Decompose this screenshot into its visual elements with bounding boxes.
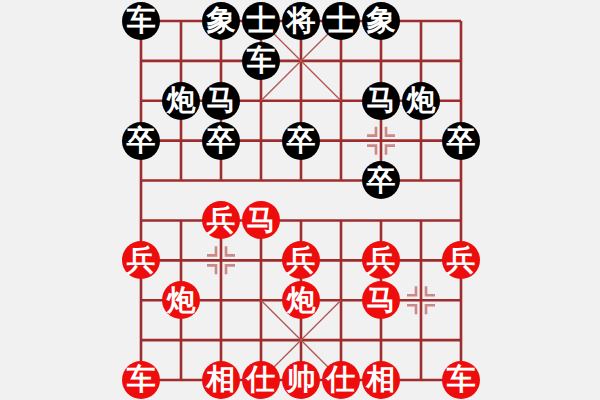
intersection-6-7[interactable] — [321, 240, 361, 280]
piece-black-soldier[interactable]: 卒 — [282, 122, 320, 160]
intersection-5-5[interactable] — [281, 161, 321, 201]
app-background: { "game": "xiangqi", "position": { "fen"… — [0, 0, 600, 400]
intersection-6-4[interactable] — [321, 121, 361, 161]
intersection-1-1[interactable]: 车 — [121, 1, 161, 41]
intersection-1-4[interactable]: 卒 — [121, 121, 161, 161]
piece-red-soldier[interactable]: 兵 — [362, 241, 400, 279]
intersection-2-5[interactable] — [161, 161, 201, 201]
intersection-8-4[interactable] — [401, 121, 441, 161]
intersection-3-1[interactable]: 象 — [201, 1, 241, 41]
intersection-8-5[interactable] — [401, 161, 441, 201]
intersection-2-9[interactable] — [161, 320, 201, 360]
intersection-9-8[interactable] — [441, 280, 481, 320]
intersection-1-8[interactable] — [121, 280, 161, 320]
intersection-4-10[interactable]: 仕 — [241, 360, 281, 400]
piece-black-soldier[interactable]: 卒 — [202, 122, 240, 160]
intersection-1-6[interactable] — [121, 200, 161, 240]
intersection-1-2[interactable] — [121, 41, 161, 81]
piece-black-advisor[interactable]: 士 — [322, 2, 360, 40]
intersection-3-7[interactable] — [201, 240, 241, 280]
piece-red-soldier[interactable]: 兵 — [442, 241, 480, 279]
intersection-9-3[interactable] — [441, 81, 481, 121]
intersection-2-1[interactable] — [161, 1, 201, 41]
intersection-3-9[interactable] — [201, 320, 241, 360]
intersection-4-7[interactable] — [241, 240, 281, 280]
piece-black-general[interactable]: 将 — [282, 2, 320, 40]
intersection-2-7[interactable] — [161, 240, 201, 280]
intersection-9-5[interactable] — [441, 161, 481, 201]
intersection-7-5[interactable]: 卒 — [361, 161, 401, 201]
intersection-3-8[interactable] — [201, 280, 241, 320]
intersection-9-6[interactable] — [441, 200, 481, 240]
piece-red-cannon[interactable]: 炮 — [162, 281, 200, 319]
intersection-6-5[interactable] — [321, 161, 361, 201]
intersection-9-4[interactable]: 卒 — [441, 121, 481, 161]
intersection-1-3[interactable] — [121, 81, 161, 121]
intersection-5-6[interactable] — [281, 200, 321, 240]
piece-red-horse[interactable]: 马 — [242, 201, 280, 239]
intersection-9-10[interactable]: 车 — [441, 360, 481, 400]
intersection-6-6[interactable] — [321, 200, 361, 240]
intersection-6-9[interactable] — [321, 320, 361, 360]
intersection-9-2[interactable] — [441, 41, 481, 81]
piece-black-soldier[interactable]: 卒 — [442, 122, 480, 160]
intersection-7-4[interactable] — [361, 121, 401, 161]
intersection-5-7[interactable]: 兵 — [281, 240, 321, 280]
intersection-4-5[interactable] — [241, 161, 281, 201]
intersection-3-6[interactable]: 兵 — [201, 200, 241, 240]
piece-red-soldier[interactable]: 兵 — [122, 241, 160, 279]
intersection-4-6[interactable]: 马 — [241, 200, 281, 240]
intersection-5-10[interactable]: 帅 — [281, 360, 321, 400]
piece-black-elephant[interactable]: 象 — [202, 2, 240, 40]
intersection-6-3[interactable] — [321, 81, 361, 121]
piece-red-soldier[interactable]: 兵 — [202, 201, 240, 239]
intersection-2-6[interactable] — [161, 200, 201, 240]
intersection-7-10[interactable]: 相 — [361, 360, 401, 400]
intersection-3-5[interactable] — [201, 161, 241, 201]
intersection-2-8[interactable]: 炮 — [161, 280, 201, 320]
intersection-5-9[interactable] — [281, 320, 321, 360]
intersection-4-9[interactable] — [241, 320, 281, 360]
intersection-4-4[interactable] — [241, 121, 281, 161]
intersection-7-1[interactable]: 象 — [361, 1, 401, 41]
piece-red-advisor[interactable]: 仕 — [242, 361, 280, 399]
piece-red-elephant[interactable]: 相 — [362, 361, 400, 399]
intersection-2-4[interactable] — [161, 121, 201, 161]
intersection-5-4[interactable]: 卒 — [281, 121, 321, 161]
intersection-7-3[interactable]: 马 — [361, 81, 401, 121]
intersection-6-8[interactable] — [321, 280, 361, 320]
intersection-9-7[interactable]: 兵 — [441, 240, 481, 280]
piece-black-cannon[interactable]: 炮 — [402, 82, 440, 120]
piece-red-soldier[interactable]: 兵 — [282, 241, 320, 279]
intersection-1-10[interactable]: 车 — [121, 360, 161, 400]
intersection-8-6[interactable] — [401, 200, 441, 240]
intersection-1-5[interactable] — [121, 161, 161, 201]
intersection-2-10[interactable] — [161, 360, 201, 400]
intersection-1-9[interactable] — [121, 320, 161, 360]
intersection-8-9[interactable] — [401, 320, 441, 360]
piece-black-elephant[interactable]: 象 — [362, 2, 400, 40]
piece-red-elephant[interactable]: 相 — [202, 361, 240, 399]
piece-red-advisor[interactable]: 仕 — [322, 361, 360, 399]
intersection-9-9[interactable] — [441, 320, 481, 360]
intersection-3-4[interactable]: 卒 — [201, 121, 241, 161]
intersection-8-10[interactable] — [401, 360, 441, 400]
intersection-8-7[interactable] — [401, 240, 441, 280]
intersection-7-7[interactable]: 兵 — [361, 240, 401, 280]
piece-black-chariot[interactable]: 车 — [242, 42, 280, 80]
piece-black-chariot[interactable]: 车 — [122, 2, 160, 40]
piece-black-cannon[interactable]: 炮 — [162, 82, 200, 120]
intersection-2-3[interactable]: 炮 — [161, 81, 201, 121]
intersection-7-9[interactable] — [361, 320, 401, 360]
piece-black-soldier[interactable]: 卒 — [362, 161, 400, 199]
intersection-3-2[interactable] — [201, 41, 241, 81]
intersection-7-6[interactable] — [361, 200, 401, 240]
intersection-8-2[interactable] — [401, 41, 441, 81]
piece-black-horse[interactable]: 马 — [202, 82, 240, 120]
intersection-9-1[interactable] — [441, 1, 481, 41]
piece-black-horse[interactable]: 马 — [362, 82, 400, 120]
piece-red-horse[interactable]: 马 — [362, 281, 400, 319]
intersection-5-3[interactable] — [281, 81, 321, 121]
intersection-4-1[interactable]: 士 — [241, 1, 281, 41]
intersection-1-7[interactable]: 兵 — [121, 240, 161, 280]
intersection-6-2[interactable] — [321, 41, 361, 81]
piece-black-advisor[interactable]: 士 — [242, 2, 280, 40]
intersection-5-1[interactable]: 将 — [281, 1, 321, 41]
intersection-3-10[interactable]: 相 — [201, 360, 241, 400]
intersection-4-3[interactable] — [241, 81, 281, 121]
intersection-7-8[interactable]: 马 — [361, 280, 401, 320]
intersection-3-3[interactable]: 马 — [201, 81, 241, 121]
piece-red-cannon[interactable]: 炮 — [282, 281, 320, 319]
intersection-8-1[interactable] — [401, 1, 441, 41]
intersection-6-10[interactable]: 仕 — [321, 360, 361, 400]
piece-red-general[interactable]: 帅 — [282, 361, 320, 399]
xiangqi-board: 车象士将士象车炮马马炮卒卒卒卒卒兵马兵兵兵兵炮炮马车相仕帅仕相车 — [121, 1, 481, 400]
intersection-7-2[interactable] — [361, 41, 401, 81]
intersection-2-2[interactable] — [161, 41, 201, 81]
intersection-8-8[interactable] — [401, 280, 441, 320]
piece-black-soldier[interactable]: 卒 — [122, 122, 160, 160]
intersection-6-1[interactable]: 士 — [321, 1, 361, 41]
piece-red-chariot[interactable]: 车 — [442, 361, 480, 399]
intersection-5-8[interactable]: 炮 — [281, 280, 321, 320]
piece-red-chariot[interactable]: 车 — [122, 361, 160, 399]
intersection-8-3[interactable]: 炮 — [401, 81, 441, 121]
intersection-4-8[interactable] — [241, 280, 281, 320]
intersection-4-2[interactable]: 车 — [241, 41, 281, 81]
intersection-5-2[interactable] — [281, 41, 321, 81]
